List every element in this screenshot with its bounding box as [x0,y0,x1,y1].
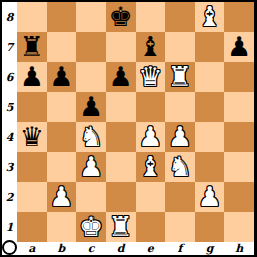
square-a1[interactable] [17,212,47,242]
black-bishop-e7: ♝ [138,33,162,60]
square-g3[interactable] [195,152,225,182]
square-f2[interactable] [165,182,195,212]
square-h6[interactable] [224,62,254,92]
square-d3[interactable] [106,152,136,182]
rank-labels-column: 87654321 [2,2,17,242]
rank-label-3: 3 [2,152,17,182]
square-f7[interactable] [165,32,195,62]
white-pawn-f4: ♟ [168,123,192,150]
black-pawn-d6: ♟ [109,63,133,90]
square-f5[interactable] [165,92,195,122]
square-g8[interactable]: ♝ [195,2,225,32]
square-c2[interactable] [76,182,106,212]
rank-label-6: 6 [2,62,17,92]
square-c7[interactable] [76,32,106,62]
square-g2[interactable]: ♟ [195,182,225,212]
white-pawn-e4: ♟ [138,123,162,150]
rank-label-8: 8 [2,2,17,32]
file-label-c: c [76,242,106,255]
square-e4[interactable]: ♟ [136,122,166,152]
square-b3[interactable] [47,152,77,182]
square-e7[interactable]: ♝ [136,32,166,62]
corner-cell [2,242,17,255]
chess-board: ♚♝♜♝♟♟♟♟♛♜♟♛♞♟♟♟♝♞♟♟♚♜ [17,2,254,242]
square-f8[interactable] [165,2,195,32]
square-g4[interactable] [195,122,225,152]
square-b2[interactable]: ♟ [47,182,77,212]
square-f1[interactable] [165,212,195,242]
chess-diagram: 87654321 ♚♝♜♝♟♟♟♟♛♜♟♛♞♟♟♟♝♞♟♟♚♜ abcdefgh [0,0,257,257]
square-h5[interactable] [224,92,254,122]
square-f3[interactable]: ♞ [165,152,195,182]
black-pawn-b6: ♟ [49,63,73,90]
square-b1[interactable] [47,212,77,242]
black-queen-a4: ♛ [20,123,44,150]
rank-label-2: 2 [2,182,17,212]
square-e6[interactable]: ♛ [136,62,166,92]
white-rook-d1: ♜ [109,213,133,240]
rank-label-4: 4 [2,122,17,152]
black-king-d8: ♚ [109,3,133,30]
white-pawn-g2: ♟ [197,183,221,210]
file-label-a: a [17,242,47,255]
file-label-g: g [195,242,225,255]
square-b6[interactable]: ♟ [47,62,77,92]
square-a6[interactable]: ♟ [17,62,47,92]
white-to-move-indicator [2,240,17,255]
square-a5[interactable] [17,92,47,122]
square-d1[interactable]: ♜ [106,212,136,242]
square-c6[interactable] [76,62,106,92]
white-pawn-b2: ♟ [49,183,73,210]
rank-label-5: 5 [2,92,17,122]
square-a8[interactable] [17,2,47,32]
square-g7[interactable] [195,32,225,62]
square-c3[interactable]: ♟ [76,152,106,182]
square-d5[interactable] [106,92,136,122]
file-label-h: h [224,242,254,255]
square-d8[interactable]: ♚ [106,2,136,32]
square-h3[interactable] [224,152,254,182]
square-g5[interactable] [195,92,225,122]
rank-label-1: 1 [2,212,17,242]
white-rook-f6: ♜ [168,63,192,90]
square-e2[interactable] [136,182,166,212]
white-king-c1: ♚ [79,213,103,240]
square-a2[interactable] [17,182,47,212]
square-b4[interactable] [47,122,77,152]
file-label-e: e [136,242,166,255]
square-c1[interactable]: ♚ [76,212,106,242]
square-d6[interactable]: ♟ [106,62,136,92]
white-knight-f3: ♞ [168,153,192,180]
square-d4[interactable] [106,122,136,152]
white-queen-e6: ♛ [138,63,162,90]
square-c5[interactable]: ♟ [76,92,106,122]
file-label-f: f [165,242,195,255]
square-b5[interactable] [47,92,77,122]
square-f6[interactable]: ♜ [165,62,195,92]
black-pawn-c5: ♟ [79,93,103,120]
square-h8[interactable] [224,2,254,32]
square-e8[interactable] [136,2,166,32]
white-knight-c4: ♞ [79,123,103,150]
square-h7[interactable]: ♟ [224,32,254,62]
rank-label-7: 7 [2,32,17,62]
square-d7[interactable] [106,32,136,62]
white-bishop-g8: ♝ [197,3,221,30]
file-label-b: b [47,242,77,255]
black-rook-a7: ♜ [20,33,44,60]
white-pawn-c3: ♟ [79,153,103,180]
square-c4[interactable]: ♞ [76,122,106,152]
square-e1[interactable] [136,212,166,242]
white-bishop-e3: ♝ [138,153,162,180]
square-h4[interactable] [224,122,254,152]
file-label-d: d [106,242,136,255]
square-e5[interactable] [136,92,166,122]
square-e3[interactable]: ♝ [136,152,166,182]
square-b7[interactable] [47,32,77,62]
black-pawn-a6: ♟ [20,63,44,90]
square-d2[interactable] [106,182,136,212]
square-a4[interactable]: ♛ [17,122,47,152]
square-a3[interactable] [17,152,47,182]
square-h1[interactable] [224,212,254,242]
square-f4[interactable]: ♟ [165,122,195,152]
black-pawn-h7: ♟ [227,33,251,60]
square-c8[interactable] [76,2,106,32]
square-g1[interactable] [195,212,225,242]
square-b8[interactable] [47,2,77,32]
square-g6[interactable] [195,62,225,92]
file-labels-row: abcdefgh [17,242,254,255]
square-a7[interactable]: ♜ [17,32,47,62]
square-h2[interactable] [224,182,254,212]
